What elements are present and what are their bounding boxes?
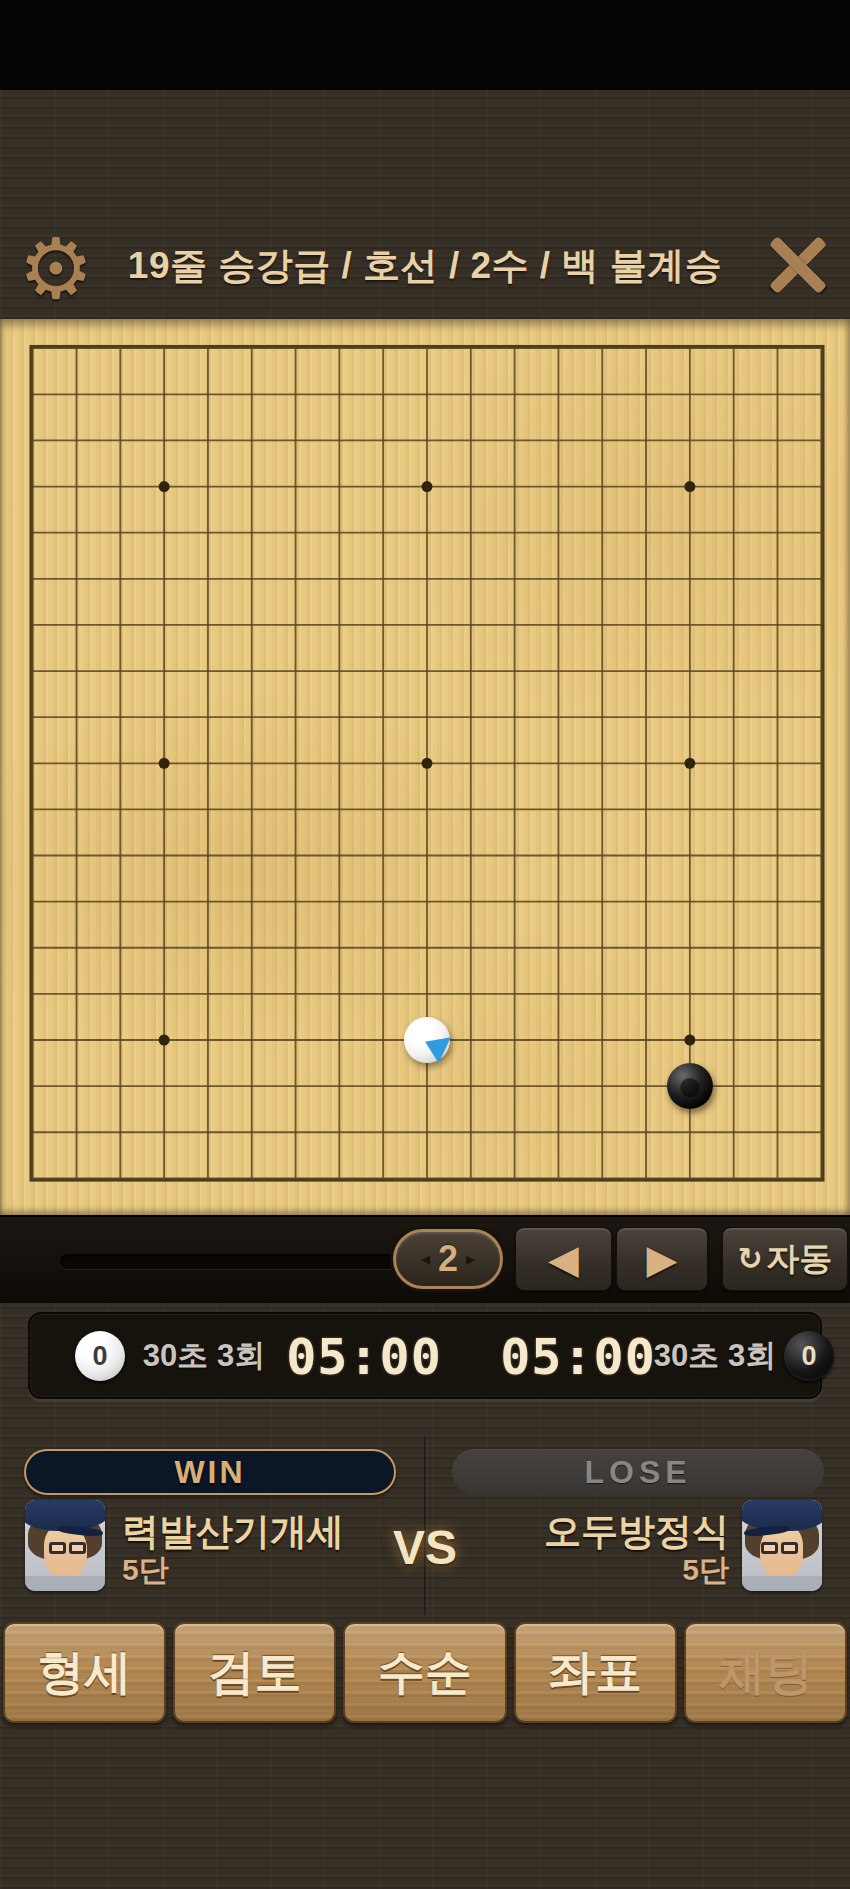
auto-play-button[interactable]: ↻ 자동 <box>722 1227 848 1291</box>
left-player-result-banner: WIN <box>24 1449 396 1495</box>
settings-gear-icon[interactable]: ⚙ <box>16 226 96 312</box>
avatar-shirt <box>742 1576 822 1591</box>
move-number-value: 2 <box>438 1238 458 1280</box>
white-byoyomi-label: 30초 3회 <box>138 1338 270 1374</box>
left-player-name: 력발산기개세 <box>122 1510 402 1554</box>
avatar-glasses <box>49 1542 86 1554</box>
auto-play-label: 자동 <box>767 1237 833 1282</box>
button-label: 수순 <box>378 1641 472 1704</box>
black-byoyomi-label: 30초 3회 <box>650 1338 780 1374</box>
close-icon[interactable] <box>766 232 828 298</box>
stone-glyph: ● <box>667 1063 713 1109</box>
avatar-shirt <box>25 1576 105 1591</box>
go-board[interactable]: ●● <box>0 319 850 1215</box>
button-chat[interactable]: 채팅 <box>684 1622 847 1723</box>
app-screen: ⚙ 19줄 승강급 / 호선 / 2수 / 백 불계승 ●● ◂ 2 ▸ ◀ ▶… <box>0 0 850 1889</box>
button-move-order[interactable]: 수순 <box>343 1622 506 1723</box>
game-header: ⚙ 19줄 승강급 / 호선 / 2수 / 백 불계승 <box>0 90 850 319</box>
white-stone: ● <box>404 1017 450 1063</box>
status-bar-area <box>0 0 850 90</box>
board-grid-lines <box>0 319 850 1215</box>
game-rules-title: 19줄 승강급 / 호선 / 2수 / 백 불계승 <box>100 236 750 296</box>
lose-label: LOSE <box>584 1454 691 1491</box>
prev-move-button[interactable]: ◀ <box>515 1227 612 1291</box>
knob-left-arrow-icon: ◂ <box>421 1250 430 1268</box>
right-player-rank: 5단 <box>450 1551 729 1589</box>
prev-arrow-icon: ◀ <box>548 1239 579 1279</box>
button-label: 좌표 <box>548 1641 642 1704</box>
black-captures-stone: 0 <box>784 1331 834 1381</box>
auto-refresh-icon: ↻ <box>737 1244 762 1274</box>
left-player-rank: 5단 <box>122 1551 169 1589</box>
replay-controls: ◂ 2 ▸ ◀ ▶ ↻ 자동 <box>0 1215 850 1303</box>
right-player-avatar[interactable] <box>742 1500 822 1591</box>
move-slider[interactable] <box>60 1254 405 1269</box>
white-captures-stone: 0 <box>75 1331 125 1381</box>
clock-panel: 0 30초 3회 05:00 05:00 30초 3회 0 <box>28 1312 822 1399</box>
left-player-avatar[interactable] <box>25 1500 105 1591</box>
button-label: 채팅 <box>718 1641 812 1704</box>
black-main-clock: 05:00 <box>496 1330 660 1384</box>
white-main-clock: 05:00 <box>282 1330 446 1384</box>
button-coordinates[interactable]: 좌표 <box>514 1622 677 1723</box>
black-stone: ● <box>667 1063 713 1109</box>
button-label: 검토 <box>208 1641 302 1704</box>
avatar-glasses <box>761 1542 798 1554</box>
knob-right-arrow-icon: ▸ <box>466 1250 475 1268</box>
right-player-name: 오두방정식 <box>450 1510 729 1554</box>
button-area-estimate[interactable]: 형세 <box>3 1622 166 1723</box>
button-review[interactable]: 검토 <box>173 1622 336 1723</box>
right-player-result-banner: LOSE <box>452 1449 824 1495</box>
next-arrow-icon: ▶ <box>647 1239 678 1279</box>
move-number-knob[interactable]: ◂ 2 ▸ <box>393 1229 503 1289</box>
win-label: WIN <box>174 1454 245 1491</box>
next-move-button[interactable]: ▶ <box>616 1227 708 1291</box>
bottom-button-row: 형세 검토 수순 좌표 채팅 <box>3 1622 847 1723</box>
button-label: 형세 <box>38 1641 132 1704</box>
